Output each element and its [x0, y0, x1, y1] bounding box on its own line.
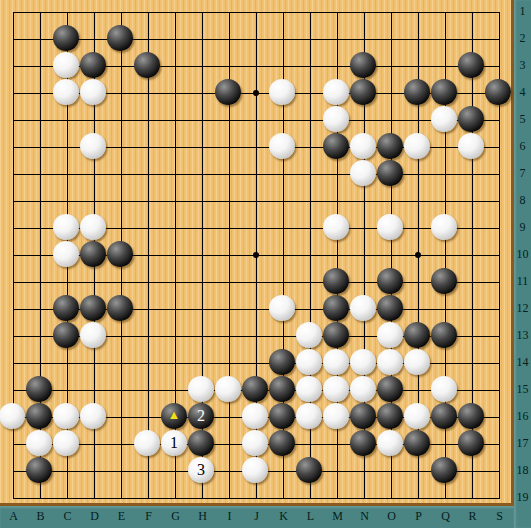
stone-black[interactable]	[269, 376, 295, 402]
stone-black[interactable]	[269, 349, 295, 375]
stone-black[interactable]	[350, 430, 376, 456]
stone-black[interactable]	[296, 457, 322, 483]
col-label: S	[489, 509, 510, 524]
col-label: A	[3, 509, 24, 524]
stone-white[interactable]	[215, 376, 241, 402]
move-number: 2	[188, 403, 214, 429]
row-label: 19	[514, 490, 531, 505]
col-label: K	[273, 509, 294, 524]
row-label: 14	[514, 355, 531, 370]
col-label: G	[165, 509, 186, 524]
row-label: 7	[514, 166, 531, 181]
col-label: Q	[435, 509, 456, 524]
stone-white[interactable]	[458, 133, 484, 159]
row-label: 15	[514, 382, 531, 397]
stone-white[interactable]	[53, 403, 79, 429]
stone-white[interactable]	[350, 160, 376, 186]
col-label: L	[300, 509, 321, 524]
row-label: 18	[514, 463, 531, 478]
stone-black[interactable]	[458, 106, 484, 132]
stone-white[interactable]	[80, 79, 106, 105]
stone-black[interactable]	[350, 403, 376, 429]
stone-black[interactable]	[53, 295, 79, 321]
stone-white[interactable]	[323, 106, 349, 132]
col-label: C	[57, 509, 78, 524]
stone-black[interactable]	[107, 241, 133, 267]
stone-white[interactable]	[377, 322, 403, 348]
stone-black[interactable]	[107, 25, 133, 51]
stone-white[interactable]	[404, 349, 430, 375]
stone-white[interactable]	[80, 322, 106, 348]
stone-white[interactable]	[242, 430, 268, 456]
stone-white[interactable]	[0, 403, 25, 429]
stone-black[interactable]	[458, 52, 484, 78]
stone-white[interactable]	[80, 214, 106, 240]
stone-white[interactable]	[431, 106, 457, 132]
stone-white[interactable]	[134, 430, 160, 456]
stone-black[interactable]	[431, 79, 457, 105]
stone-black[interactable]	[323, 322, 349, 348]
stone-black[interactable]	[404, 430, 430, 456]
col-label: F	[138, 509, 159, 524]
stone-black[interactable]	[134, 52, 160, 78]
stone-white[interactable]	[323, 349, 349, 375]
col-label: R	[462, 509, 483, 524]
stone-black[interactable]	[404, 79, 430, 105]
row-label: 17	[514, 436, 531, 451]
stone-black[interactable]	[485, 79, 511, 105]
stone-white[interactable]	[431, 376, 457, 402]
row-label: 12	[514, 301, 531, 316]
move-number: 1	[161, 430, 187, 456]
stone-black[interactable]	[458, 430, 484, 456]
stone-white[interactable]	[188, 376, 214, 402]
stone-white[interactable]	[26, 430, 52, 456]
stone-black[interactable]	[431, 268, 457, 294]
stone-white[interactable]	[323, 79, 349, 105]
row-label: 6	[514, 139, 531, 154]
stone-white[interactable]	[242, 403, 268, 429]
row-label: 11	[514, 274, 531, 289]
stone-black[interactable]	[80, 52, 106, 78]
row-label: 2	[514, 31, 531, 46]
stone-white[interactable]	[404, 133, 430, 159]
grid-line	[13, 498, 500, 499]
stone-black[interactable]	[323, 268, 349, 294]
stone-white[interactable]	[350, 133, 376, 159]
stone-white[interactable]	[377, 214, 403, 240]
stone-black[interactable]	[377, 133, 403, 159]
stone-black[interactable]	[26, 457, 52, 483]
star-point	[415, 252, 421, 258]
stone-black[interactable]	[377, 295, 403, 321]
stone-black[interactable]	[53, 25, 79, 51]
stone-black[interactable]	[215, 79, 241, 105]
stone-white[interactable]	[269, 79, 295, 105]
stone-white[interactable]	[296, 349, 322, 375]
col-label: E	[111, 509, 132, 524]
row-label: 4	[514, 85, 531, 100]
stone-black[interactable]	[80, 241, 106, 267]
stone-white[interactable]	[431, 214, 457, 240]
stone-white[interactable]	[296, 376, 322, 402]
stone-white[interactable]	[350, 349, 376, 375]
stone-black[interactable]	[377, 160, 403, 186]
triangle-marker: ▲	[161, 402, 187, 428]
stone-black[interactable]	[458, 403, 484, 429]
stone-black[interactable]	[377, 376, 403, 402]
stone-white[interactable]	[323, 214, 349, 240]
stone-white[interactable]	[53, 79, 79, 105]
column-label-strip: ABCDEFGHIJKLMNOPQRS	[0, 506, 514, 528]
go-board[interactable]: ▲123	[0, 0, 514, 506]
stone-white[interactable]	[53, 52, 79, 78]
grid-line	[13, 282, 500, 283]
row-label: 8	[514, 193, 531, 208]
stone-white[interactable]	[296, 403, 322, 429]
stone-white[interactable]	[404, 403, 430, 429]
stone-white[interactable]	[80, 403, 106, 429]
stone-black[interactable]	[269, 403, 295, 429]
stone-white[interactable]	[296, 322, 322, 348]
col-label: B	[30, 509, 51, 524]
row-label: 16	[514, 409, 531, 424]
stone-black[interactable]	[107, 295, 133, 321]
stone-black[interactable]	[26, 403, 52, 429]
stone-white[interactable]	[377, 430, 403, 456]
stone-black[interactable]	[242, 376, 268, 402]
stone-white[interactable]	[53, 241, 79, 267]
stone-black[interactable]	[269, 430, 295, 456]
stone-white[interactable]	[53, 430, 79, 456]
stone-black[interactable]	[431, 322, 457, 348]
move-number: 3	[188, 457, 214, 483]
stone-white[interactable]	[269, 133, 295, 159]
stone-black[interactable]	[323, 133, 349, 159]
stone-black[interactable]	[377, 268, 403, 294]
stone-black[interactable]	[404, 322, 430, 348]
col-label: N	[354, 509, 375, 524]
col-label: O	[381, 509, 402, 524]
stone-black[interactable]	[323, 295, 349, 321]
row-label-strip: 12345678910111213141516171819	[514, 0, 531, 528]
stone-white[interactable]	[80, 133, 106, 159]
stone-black[interactable]	[26, 376, 52, 402]
col-label: M	[327, 509, 348, 524]
row-label: 9	[514, 220, 531, 235]
stone-black[interactable]	[431, 403, 457, 429]
stone-black[interactable]	[188, 430, 214, 456]
col-label: H	[192, 509, 213, 524]
star-point	[253, 252, 259, 258]
col-label: P	[408, 509, 429, 524]
col-label: I	[219, 509, 240, 524]
row-label: 13	[514, 328, 531, 343]
col-label: J	[246, 509, 267, 524]
stone-black[interactable]	[350, 52, 376, 78]
row-label: 1	[514, 4, 531, 19]
stone-white[interactable]	[323, 403, 349, 429]
stone-white[interactable]	[269, 295, 295, 321]
stone-white[interactable]	[350, 376, 376, 402]
go-board-app: ▲123 12345678910111213141516171819 ABCDE…	[0, 0, 531, 528]
row-label: 5	[514, 112, 531, 127]
stone-white[interactable]	[242, 457, 268, 483]
star-point	[253, 90, 259, 96]
col-label: D	[84, 509, 105, 524]
stone-white[interactable]	[53, 214, 79, 240]
stone-white[interactable]	[323, 376, 349, 402]
stone-white[interactable]	[377, 349, 403, 375]
stone-black[interactable]	[53, 322, 79, 348]
row-label: 10	[514, 247, 531, 262]
stone-black[interactable]	[80, 295, 106, 321]
stone-white[interactable]	[350, 295, 376, 321]
stone-black[interactable]	[377, 403, 403, 429]
stone-black[interactable]	[431, 457, 457, 483]
stone-black[interactable]	[350, 79, 376, 105]
row-label: 3	[514, 58, 531, 73]
